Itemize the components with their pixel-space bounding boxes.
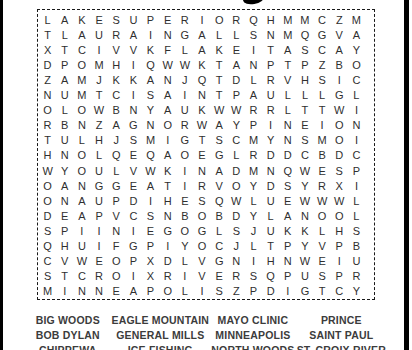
grid-cell[interactable]: R — [245, 103, 262, 118]
grid-cell[interactable]: W — [296, 194, 313, 209]
grid-cell[interactable]: N — [262, 164, 279, 179]
grid-cell[interactable]: Z — [39, 73, 56, 88]
grid-cell[interactable]: I — [176, 88, 193, 103]
grid-cell[interactable]: Y — [56, 164, 73, 179]
grid-cell[interactable]: E — [314, 164, 331, 179]
grid-cell[interactable]: N — [159, 73, 176, 88]
grid-cell[interactable]: Y — [245, 179, 262, 194]
grid-cell[interactable]: U — [56, 133, 73, 148]
grid-cell[interactable]: Q — [211, 194, 228, 209]
grid-cell[interactable]: P — [142, 13, 159, 28]
grid-cell[interactable]: I — [176, 164, 193, 179]
grid-cell[interactable]: I — [90, 239, 107, 254]
grid-cell[interactable]: U — [348, 254, 365, 269]
grid-cell[interactable]: I — [159, 133, 176, 148]
grid-cell[interactable]: U — [296, 269, 313, 284]
grid-cell[interactable]: I — [262, 118, 279, 133]
grid-cell[interactable]: O — [39, 103, 56, 118]
grid-cell[interactable]: H — [331, 224, 348, 239]
grid-cell[interactable]: I — [193, 284, 210, 299]
grid-cell[interactable]: A — [193, 43, 210, 58]
grid-cell[interactable]: V — [108, 209, 125, 224]
grid-cell[interactable]: P — [331, 269, 348, 284]
grid-cell[interactable]: S — [39, 224, 56, 239]
grid-cell[interactable]: O — [159, 284, 176, 299]
grid-cell[interactable]: N — [159, 209, 176, 224]
grid-cell[interactable]: Q — [108, 148, 125, 163]
grid-cell[interactable]: Y — [245, 209, 262, 224]
grid-cell[interactable]: K — [125, 73, 142, 88]
grid-cell[interactable]: N — [228, 254, 245, 269]
grid-cell[interactable]: C — [125, 209, 142, 224]
grid-cell[interactable]: E — [193, 148, 210, 163]
grid-cell[interactable]: E — [90, 13, 107, 28]
grid-cell[interactable]: K — [159, 164, 176, 179]
grid-cell[interactable]: A — [142, 73, 159, 88]
grid-cell[interactable]: V — [56, 254, 73, 269]
grid-cell[interactable]: W — [296, 164, 313, 179]
grid-cell[interactable]: F — [108, 239, 125, 254]
grid-cell[interactable]: Y — [348, 43, 365, 58]
grid-cell[interactable]: S — [211, 133, 228, 148]
grid-cell[interactable]: Y — [228, 118, 245, 133]
grid-cell[interactable]: P — [262, 58, 279, 73]
grid-cell[interactable]: F — [159, 43, 176, 58]
grid-cell[interactable]: A — [159, 88, 176, 103]
grid-cell[interactable]: O — [211, 13, 228, 28]
grid-cell[interactable]: Q — [296, 28, 313, 43]
grid-cell[interactable]: C — [314, 43, 331, 58]
grid-cell[interactable]: L — [228, 28, 245, 43]
grid-cell[interactable]: U — [125, 13, 142, 28]
grid-cell[interactable]: K — [73, 13, 90, 28]
grid-cell[interactable]: T — [159, 179, 176, 194]
grid-cell[interactable]: R — [314, 179, 331, 194]
grid-cell[interactable]: U — [56, 88, 73, 103]
grid-cell[interactable]: Z — [331, 13, 348, 28]
grid-cell[interactable]: M — [39, 284, 56, 299]
grid-cell[interactable]: O — [331, 118, 348, 133]
grid-cell[interactable]: I — [125, 58, 142, 73]
grid-cell[interactable]: A — [193, 28, 210, 43]
grid-cell[interactable]: U — [262, 194, 279, 209]
grid-cell[interactable]: P — [245, 118, 262, 133]
grid-cell[interactable]: P — [245, 284, 262, 299]
grid-cell[interactable]: N — [39, 88, 56, 103]
grid-cell[interactable]: S — [228, 224, 245, 239]
grid-cell[interactable]: T — [193, 133, 210, 148]
grid-cell[interactable]: L — [176, 43, 193, 58]
grid-cell[interactable]: L — [90, 148, 107, 163]
grid-cell[interactable]: O — [39, 179, 56, 194]
grid-cell[interactable]: S — [314, 73, 331, 88]
grid-cell[interactable]: L — [39, 13, 56, 28]
grid-cell[interactable]: P — [90, 209, 107, 224]
grid-cell[interactable]: A — [125, 28, 142, 43]
grid-cell[interactable]: O — [193, 239, 210, 254]
grid-cell[interactable]: Y — [176, 239, 193, 254]
grid-cell[interactable]: L — [56, 28, 73, 43]
grid-cell[interactable]: M — [296, 13, 313, 28]
grid-cell[interactable]: O — [348, 58, 365, 73]
grid-cell[interactable]: P — [348, 164, 365, 179]
grid-cell[interactable]: D — [279, 148, 296, 163]
grid-cell[interactable]: C — [348, 148, 365, 163]
grid-cell[interactable]: O — [331, 209, 348, 224]
grid-cell[interactable]: V — [193, 254, 210, 269]
grid-cell[interactable]: Y — [296, 239, 313, 254]
grid-cell[interactable]: R — [228, 13, 245, 28]
grid-cell[interactable]: E — [90, 254, 107, 269]
grid-cell[interactable]: V — [125, 43, 142, 58]
grid-cell[interactable]: R — [262, 73, 279, 88]
grid-cell[interactable]: N — [262, 28, 279, 43]
grid-cell[interactable]: O — [73, 58, 90, 73]
grid-cell[interactable]: K — [193, 58, 210, 73]
grid-cell[interactable]: K — [193, 103, 210, 118]
grid-cell[interactable]: E — [125, 148, 142, 163]
grid-cell[interactable]: O — [314, 209, 331, 224]
grid-cell[interactable]: D — [262, 148, 279, 163]
grid-cell[interactable]: S — [245, 269, 262, 284]
grid-cell[interactable]: W — [176, 58, 193, 73]
grid-cell[interactable]: E — [142, 224, 159, 239]
grid-cell[interactable]: Y — [142, 103, 159, 118]
grid-cell[interactable]: O — [73, 164, 90, 179]
grid-cell[interactable]: U — [262, 88, 279, 103]
grid-cell[interactable]: L — [262, 209, 279, 224]
grid-cell[interactable]: O — [176, 148, 193, 163]
grid-cell[interactable]: I — [331, 73, 348, 88]
grid-cell[interactable]: C — [39, 254, 56, 269]
grid-cell[interactable]: J — [176, 73, 193, 88]
grid-cell[interactable]: W — [211, 103, 228, 118]
grid-cell[interactable]: S — [211, 284, 228, 299]
grid-cell[interactable]: S — [296, 133, 313, 148]
grid-cell[interactable]: A — [56, 73, 73, 88]
grid-cell[interactable]: N — [108, 224, 125, 239]
grid-cell[interactable]: S — [142, 209, 159, 224]
grid-cell[interactable]: R — [108, 28, 125, 43]
grid-cell[interactable]: I — [314, 118, 331, 133]
grid-cell[interactable]: L — [108, 164, 125, 179]
grid-cell[interactable]: N — [279, 133, 296, 148]
grid-cell[interactable]: P — [142, 284, 159, 299]
grid-cell[interactable]: A — [142, 179, 159, 194]
grid-cell[interactable]: S — [39, 269, 56, 284]
grid-cell[interactable]: Z — [314, 58, 331, 73]
grid-cell[interactable]: O — [73, 148, 90, 163]
grid-cell[interactable]: S — [193, 194, 210, 209]
grid-cell[interactable]: O — [108, 254, 125, 269]
grid-cell[interactable]: T — [314, 103, 331, 118]
grid-cell[interactable]: L — [279, 103, 296, 118]
grid-cell[interactable]: E — [125, 179, 142, 194]
grid-cell[interactable]: E — [159, 13, 176, 28]
grid-cell[interactable]: G — [125, 118, 142, 133]
grid-cell[interactable]: D — [262, 179, 279, 194]
grid-cell[interactable]: B — [211, 209, 228, 224]
grid-cell[interactable]: G — [176, 28, 193, 43]
grid-cell[interactable]: M — [245, 133, 262, 148]
grid-cell[interactable]: T — [296, 103, 313, 118]
grid-cell[interactable]: K — [108, 73, 125, 88]
grid-cell[interactable]: S — [296, 43, 313, 58]
grid-cell[interactable]: R — [159, 269, 176, 284]
grid-cell[interactable]: M — [73, 88, 90, 103]
grid-cell[interactable]: A — [56, 179, 73, 194]
grid-cell[interactable]: A — [279, 43, 296, 58]
grid-cell[interactable]: A — [108, 118, 125, 133]
grid-cell[interactable]: H — [296, 73, 313, 88]
grid-cell[interactable]: Q — [39, 239, 56, 254]
grid-cell[interactable]: X — [142, 269, 159, 284]
grid-cell[interactable]: N — [125, 103, 142, 118]
grid-cell[interactable]: H — [39, 148, 56, 163]
grid-cell[interactable]: L — [176, 254, 193, 269]
grid-cell[interactable]: Q — [245, 13, 262, 28]
grid-cell[interactable]: T — [262, 239, 279, 254]
grid-cell[interactable]: S — [279, 179, 296, 194]
grid-cell[interactable]: G — [331, 88, 348, 103]
grid-cell[interactable]: D — [39, 209, 56, 224]
grid-cell[interactable]: A — [73, 194, 90, 209]
grid-cell[interactable]: G — [90, 179, 107, 194]
grid-cell[interactable]: B — [348, 239, 365, 254]
grid-cell[interactable]: W — [331, 103, 348, 118]
grid-cell[interactable]: Q — [193, 73, 210, 88]
grid-cell[interactable]: U — [90, 28, 107, 43]
grid-cell[interactable]: W — [193, 118, 210, 133]
grid-cell[interactable]: N — [279, 118, 296, 133]
grid-cell[interactable]: J — [108, 133, 125, 148]
grid-cell[interactable]: L — [73, 133, 90, 148]
grid-cell[interactable]: I — [125, 224, 142, 239]
grid-cell[interactable]: I — [176, 269, 193, 284]
grid-cell[interactable]: C — [73, 269, 90, 284]
grid-cell[interactable]: R — [262, 103, 279, 118]
grid-cell[interactable]: A — [73, 28, 90, 43]
grid-cell[interactable]: N — [73, 179, 90, 194]
grid-cell[interactable]: L — [211, 28, 228, 43]
grid-cell[interactable]: C — [228, 133, 245, 148]
grid-cell[interactable]: H — [56, 239, 73, 254]
grid-cell[interactable]: G — [193, 224, 210, 239]
grid-cell[interactable]: L — [245, 194, 262, 209]
grid-cell[interactable]: L — [348, 88, 365, 103]
grid-cell[interactable]: P — [125, 254, 142, 269]
grid-cell[interactable]: W — [142, 164, 159, 179]
grid-cell[interactable]: C — [211, 239, 228, 254]
grid-cell[interactable]: N — [279, 254, 296, 269]
grid-cell[interactable]: A — [348, 28, 365, 43]
grid-cell[interactable]: P — [279, 239, 296, 254]
grid-cell[interactable]: W — [39, 164, 56, 179]
grid-cell[interactable]: B — [56, 118, 73, 133]
grid-cell[interactable]: V — [314, 239, 331, 254]
grid-cell[interactable]: P — [279, 269, 296, 284]
grid-cell[interactable]: J — [90, 73, 107, 88]
grid-cell[interactable]: S — [314, 269, 331, 284]
grid-cell[interactable]: T — [56, 269, 73, 284]
grid-cell[interactable]: S — [142, 88, 159, 103]
grid-cell[interactable]: E — [228, 43, 245, 58]
grid-cell[interactable]: W — [159, 58, 176, 73]
grid-cell[interactable]: L — [314, 224, 331, 239]
grid-cell[interactable]: B — [108, 103, 125, 118]
grid-cell[interactable]: H — [90, 133, 107, 148]
grid-cell[interactable]: S — [245, 28, 262, 43]
grid-cell[interactable]: V — [125, 164, 142, 179]
grid-cell[interactable]: T — [279, 58, 296, 73]
grid-cell[interactable]: G — [125, 239, 142, 254]
grid-cell[interactable]: M — [90, 58, 107, 73]
grid-cell[interactable]: L — [279, 88, 296, 103]
grid-cell[interactable]: Y — [262, 133, 279, 148]
grid-cell[interactable]: S — [108, 13, 125, 28]
grid-cell[interactable]: I — [142, 194, 159, 209]
grid-cell[interactable]: P — [56, 58, 73, 73]
grid-cell[interactable]: G — [296, 284, 313, 299]
grid-cell[interactable]: S — [331, 164, 348, 179]
grid-cell[interactable]: R — [176, 13, 193, 28]
grid-cell[interactable]: T — [39, 28, 56, 43]
grid-cell[interactable]: L — [348, 194, 365, 209]
grid-cell[interactable]: D — [125, 194, 142, 209]
grid-cell[interactable]: R — [348, 269, 365, 284]
grid-cell[interactable]: N — [73, 118, 90, 133]
grid-cell[interactable]: E — [211, 269, 228, 284]
grid-cell[interactable]: B — [176, 209, 193, 224]
grid-cell[interactable]: E — [56, 209, 73, 224]
grid-cell[interactable]: V — [193, 269, 210, 284]
grid-cell[interactable]: W — [296, 254, 313, 269]
grid-cell[interactable]: T — [211, 73, 228, 88]
grid-cell[interactable]: S — [125, 133, 142, 148]
grid-cell[interactable]: O — [73, 103, 90, 118]
grid-cell[interactable]: U — [262, 224, 279, 239]
grid-cell[interactable]: J — [228, 239, 245, 254]
grid-cell[interactable]: N — [296, 209, 313, 224]
grid-cell[interactable]: Q — [142, 58, 159, 73]
grid-cell[interactable]: E — [279, 194, 296, 209]
grid-cell[interactable]: I — [176, 179, 193, 194]
grid-cell[interactable]: O — [39, 194, 56, 209]
grid-cell[interactable]: E — [314, 254, 331, 269]
grid-cell[interactable]: I — [348, 133, 365, 148]
grid-cell[interactable]: K — [279, 224, 296, 239]
grid-cell[interactable]: A — [211, 118, 228, 133]
grid-cell[interactable]: A — [211, 164, 228, 179]
grid-cell[interactable]: L — [348, 209, 365, 224]
grid-cell[interactable]: N — [56, 148, 73, 163]
grid-cell[interactable]: B — [314, 148, 331, 163]
grid-cell[interactable]: L — [228, 148, 245, 163]
grid-cell[interactable]: P — [56, 224, 73, 239]
grid-cell[interactable]: Q — [262, 269, 279, 284]
grid-cell[interactable]: E — [176, 194, 193, 209]
grid-cell[interactable]: A — [73, 209, 90, 224]
grid-cell[interactable]: R — [176, 118, 193, 133]
grid-cell[interactable]: H — [159, 194, 176, 209]
grid-cell[interactable]: W — [90, 103, 107, 118]
grid-cell[interactable]: T — [90, 88, 107, 103]
grid-cell[interactable]: N — [193, 164, 210, 179]
grid-cell[interactable]: P — [142, 239, 159, 254]
grid-cell[interactable]: P — [228, 88, 245, 103]
grid-cell[interactable]: I — [125, 269, 142, 284]
grid-cell[interactable]: Y — [296, 179, 313, 194]
grid-cell[interactable]: A — [125, 284, 142, 299]
grid-cell[interactable]: V — [108, 43, 125, 58]
grid-cell[interactable]: U — [176, 103, 193, 118]
grid-cell[interactable]: L — [56, 103, 73, 118]
grid-cell[interactable]: O — [176, 224, 193, 239]
grid-cell[interactable]: G — [211, 254, 228, 269]
letter-grid[interactable]: LAKESUPERIORQHMMCZMTLAURAINGALLSNMQGVAXT… — [39, 13, 365, 299]
grid-cell[interactable]: W — [314, 194, 331, 209]
grid-cell[interactable]: C — [73, 43, 90, 58]
grid-cell[interactable]: M — [245, 164, 262, 179]
grid-cell[interactable]: V — [331, 28, 348, 43]
grid-cell[interactable]: N — [73, 284, 90, 299]
grid-cell[interactable]: C — [314, 13, 331, 28]
grid-cell[interactable]: A — [245, 88, 262, 103]
grid-cell[interactable]: I — [73, 224, 90, 239]
grid-cell[interactable]: I — [159, 239, 176, 254]
grid-cell[interactable]: D — [159, 254, 176, 269]
grid-cell[interactable]: L — [245, 73, 262, 88]
grid-cell[interactable]: I — [245, 43, 262, 58]
grid-cell[interactable]: A — [331, 43, 348, 58]
grid-cell[interactable]: Y — [348, 284, 365, 299]
grid-cell[interactable]: I — [245, 254, 262, 269]
grid-cell[interactable]: P — [108, 194, 125, 209]
grid-cell[interactable]: D — [39, 58, 56, 73]
grid-cell[interactable]: R — [39, 118, 56, 133]
grid-cell[interactable]: G — [314, 28, 331, 43]
grid-cell[interactable]: N — [245, 58, 262, 73]
grid-cell[interactable]: C — [348, 73, 365, 88]
grid-cell[interactable]: R — [193, 179, 210, 194]
grid-cell[interactable]: X — [39, 43, 56, 58]
grid-cell[interactable]: U — [90, 194, 107, 209]
grid-cell[interactable]: M — [73, 73, 90, 88]
grid-cell[interactable]: I — [348, 179, 365, 194]
grid-cell[interactable]: C — [296, 148, 313, 163]
grid-cell[interactable]: T — [56, 43, 73, 58]
grid-cell[interactable]: K — [211, 43, 228, 58]
grid-cell[interactable]: U — [90, 164, 107, 179]
grid-cell[interactable]: N — [56, 194, 73, 209]
grid-cell[interactable]: D — [331, 148, 348, 163]
grid-cell[interactable]: O — [228, 179, 245, 194]
grid-cell[interactable]: C — [108, 88, 125, 103]
grid-cell[interactable]: K — [296, 224, 313, 239]
grid-cell[interactable]: L — [211, 224, 228, 239]
grid-cell[interactable]: M — [142, 133, 159, 148]
grid-cell[interactable]: L — [296, 88, 313, 103]
grid-cell[interactable]: R — [90, 269, 107, 284]
grid-cell[interactable]: M — [348, 13, 365, 28]
grid-cell[interactable]: V — [279, 73, 296, 88]
grid-cell[interactable]: R — [245, 148, 262, 163]
grid-cell[interactable]: H — [108, 58, 125, 73]
grid-cell[interactable]: E — [108, 284, 125, 299]
grid-cell[interactable]: T — [314, 284, 331, 299]
grid-cell[interactable]: I — [331, 254, 348, 269]
grid-cell[interactable]: D — [262, 284, 279, 299]
